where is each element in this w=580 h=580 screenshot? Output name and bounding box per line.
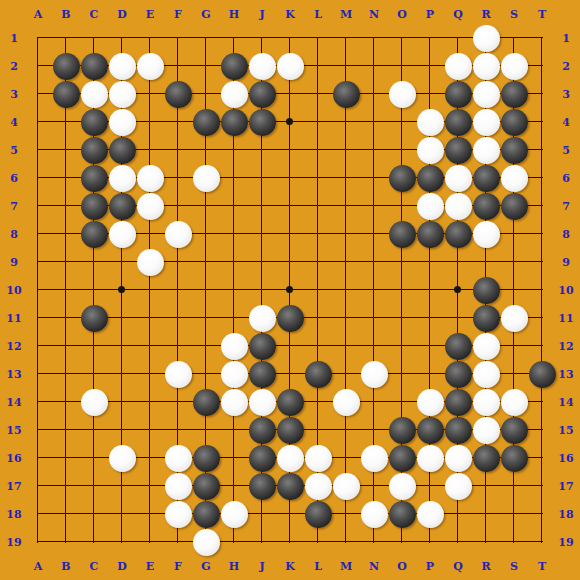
intersection-D7[interactable] [108,192,136,220]
intersection-N8[interactable] [360,220,388,248]
intersection-T14[interactable] [528,388,556,416]
intersection-T16[interactable] [528,444,556,472]
intersection-A18[interactable] [24,500,52,528]
intersection-D3[interactable] [108,80,136,108]
intersection-D10[interactable] [108,276,136,304]
intersection-T19[interactable] [528,528,556,556]
intersection-B13[interactable] [52,360,80,388]
intersection-A2[interactable] [24,52,52,80]
intersection-K1[interactable] [276,24,304,52]
intersection-M12[interactable] [332,332,360,360]
intersection-S9[interactable] [500,248,528,276]
intersection-C1[interactable] [80,24,108,52]
intersection-N14[interactable] [360,388,388,416]
intersection-T17[interactable] [528,472,556,500]
intersection-N7[interactable] [360,192,388,220]
intersection-R14[interactable] [472,388,500,416]
intersection-S16[interactable] [500,444,528,472]
intersection-E15[interactable] [136,416,164,444]
intersection-R8[interactable] [472,220,500,248]
intersection-F18[interactable] [164,500,192,528]
intersection-H8[interactable] [220,220,248,248]
intersection-H3[interactable] [220,80,248,108]
intersection-D12[interactable] [108,332,136,360]
intersection-F13[interactable] [164,360,192,388]
intersection-E11[interactable] [136,304,164,332]
intersection-P7[interactable] [416,192,444,220]
intersection-B6[interactable] [52,164,80,192]
intersection-J8[interactable] [248,220,276,248]
intersection-P14[interactable] [416,388,444,416]
intersection-P8[interactable] [416,220,444,248]
intersection-N6[interactable] [360,164,388,192]
intersection-F16[interactable] [164,444,192,472]
intersection-O15[interactable] [388,416,416,444]
intersection-A5[interactable] [24,136,52,164]
intersection-T10[interactable] [528,276,556,304]
intersection-Q7[interactable] [444,192,472,220]
intersection-A16[interactable] [24,444,52,472]
intersection-B2[interactable] [52,52,80,80]
intersection-G19[interactable] [192,528,220,556]
intersection-B10[interactable] [52,276,80,304]
intersection-G16[interactable] [192,444,220,472]
intersection-G8[interactable] [192,220,220,248]
intersection-O2[interactable] [388,52,416,80]
intersection-L18[interactable] [304,500,332,528]
intersection-N15[interactable] [360,416,388,444]
intersection-D15[interactable] [108,416,136,444]
intersection-J15[interactable] [248,416,276,444]
intersection-L1[interactable] [304,24,332,52]
intersection-Q9[interactable] [444,248,472,276]
intersection-A11[interactable] [24,304,52,332]
intersection-A4[interactable] [24,108,52,136]
intersection-E1[interactable] [136,24,164,52]
intersection-T6[interactable] [528,164,556,192]
intersection-L2[interactable] [304,52,332,80]
intersection-M11[interactable] [332,304,360,332]
intersection-K6[interactable] [276,164,304,192]
intersection-R15[interactable] [472,416,500,444]
intersection-J19[interactable] [248,528,276,556]
intersection-B4[interactable] [52,108,80,136]
intersection-J14[interactable] [248,388,276,416]
intersection-G18[interactable] [192,500,220,528]
intersection-A17[interactable] [24,472,52,500]
intersection-T4[interactable] [528,108,556,136]
intersection-J7[interactable] [248,192,276,220]
intersection-B18[interactable] [52,500,80,528]
intersection-K18[interactable] [276,500,304,528]
intersection-A14[interactable] [24,388,52,416]
intersection-K8[interactable] [276,220,304,248]
intersection-D5[interactable] [108,136,136,164]
intersection-F5[interactable] [164,136,192,164]
intersection-J6[interactable] [248,164,276,192]
intersection-B9[interactable] [52,248,80,276]
intersection-R6[interactable] [472,164,500,192]
intersection-G6[interactable] [192,164,220,192]
intersection-F17[interactable] [164,472,192,500]
intersection-N2[interactable] [360,52,388,80]
intersection-D9[interactable] [108,248,136,276]
intersection-Q6[interactable] [444,164,472,192]
intersection-P12[interactable] [416,332,444,360]
intersection-B15[interactable] [52,416,80,444]
intersection-C17[interactable] [80,472,108,500]
intersection-K4[interactable] [276,108,304,136]
intersection-K11[interactable] [276,304,304,332]
intersection-C15[interactable] [80,416,108,444]
intersection-M8[interactable] [332,220,360,248]
intersection-P2[interactable] [416,52,444,80]
intersection-E17[interactable] [136,472,164,500]
intersection-M6[interactable] [332,164,360,192]
intersection-N11[interactable] [360,304,388,332]
intersection-F19[interactable] [164,528,192,556]
intersection-P5[interactable] [416,136,444,164]
intersection-R2[interactable] [472,52,500,80]
intersection-T2[interactable] [528,52,556,80]
intersection-M1[interactable] [332,24,360,52]
intersection-K16[interactable] [276,444,304,472]
intersection-K9[interactable] [276,248,304,276]
intersection-J3[interactable] [248,80,276,108]
intersection-N5[interactable] [360,136,388,164]
intersection-L11[interactable] [304,304,332,332]
intersection-R19[interactable] [472,528,500,556]
intersection-R11[interactable] [472,304,500,332]
intersection-Q14[interactable] [444,388,472,416]
intersection-Q5[interactable] [444,136,472,164]
intersection-S10[interactable] [500,276,528,304]
intersection-S12[interactable] [500,332,528,360]
intersection-J16[interactable] [248,444,276,472]
intersection-Q11[interactable] [444,304,472,332]
intersection-N3[interactable] [360,80,388,108]
intersection-S4[interactable] [500,108,528,136]
intersection-R4[interactable] [472,108,500,136]
intersection-J1[interactable] [248,24,276,52]
intersection-H2[interactable] [220,52,248,80]
intersection-Q4[interactable] [444,108,472,136]
intersection-K15[interactable] [276,416,304,444]
intersection-H7[interactable] [220,192,248,220]
intersection-D19[interactable] [108,528,136,556]
intersection-Q13[interactable] [444,360,472,388]
intersection-B3[interactable] [52,80,80,108]
intersection-P3[interactable] [416,80,444,108]
intersection-D1[interactable] [108,24,136,52]
intersection-A19[interactable] [24,528,52,556]
intersection-F6[interactable] [164,164,192,192]
intersection-L17[interactable] [304,472,332,500]
intersection-E2[interactable] [136,52,164,80]
intersection-D17[interactable] [108,472,136,500]
intersection-Q18[interactable] [444,500,472,528]
intersection-Q19[interactable] [444,528,472,556]
intersection-Q16[interactable] [444,444,472,472]
intersection-S15[interactable] [500,416,528,444]
intersection-N10[interactable] [360,276,388,304]
intersection-P11[interactable] [416,304,444,332]
intersection-F9[interactable] [164,248,192,276]
intersection-J2[interactable] [248,52,276,80]
intersection-H1[interactable] [220,24,248,52]
intersection-M14[interactable] [332,388,360,416]
intersection-K10[interactable] [276,276,304,304]
intersection-M13[interactable] [332,360,360,388]
intersection-O14[interactable] [388,388,416,416]
intersection-K19[interactable] [276,528,304,556]
intersection-L16[interactable] [304,444,332,472]
intersection-C18[interactable] [80,500,108,528]
intersection-H10[interactable] [220,276,248,304]
intersection-C19[interactable] [80,528,108,556]
intersection-D8[interactable] [108,220,136,248]
intersection-R5[interactable] [472,136,500,164]
intersection-Q12[interactable] [444,332,472,360]
intersection-T7[interactable] [528,192,556,220]
intersection-B19[interactable] [52,528,80,556]
intersection-O19[interactable] [388,528,416,556]
intersection-J13[interactable] [248,360,276,388]
intersection-T11[interactable] [528,304,556,332]
intersection-J10[interactable] [248,276,276,304]
intersection-C8[interactable] [80,220,108,248]
intersection-J9[interactable] [248,248,276,276]
intersection-O4[interactable] [388,108,416,136]
intersection-R3[interactable] [472,80,500,108]
intersection-T8[interactable] [528,220,556,248]
intersection-O18[interactable] [388,500,416,528]
intersection-M5[interactable] [332,136,360,164]
intersection-D14[interactable] [108,388,136,416]
intersection-D4[interactable] [108,108,136,136]
intersection-C4[interactable] [80,108,108,136]
intersection-G13[interactable] [192,360,220,388]
intersection-F12[interactable] [164,332,192,360]
intersection-L6[interactable] [304,164,332,192]
intersection-G2[interactable] [192,52,220,80]
intersection-L13[interactable] [304,360,332,388]
intersection-A6[interactable] [24,164,52,192]
intersection-L14[interactable] [304,388,332,416]
intersection-M16[interactable] [332,444,360,472]
intersection-K5[interactable] [276,136,304,164]
intersection-P4[interactable] [416,108,444,136]
intersection-N4[interactable] [360,108,388,136]
intersection-E10[interactable] [136,276,164,304]
intersection-F15[interactable] [164,416,192,444]
intersection-N1[interactable] [360,24,388,52]
intersection-A9[interactable] [24,248,52,276]
intersection-C14[interactable] [80,388,108,416]
intersection-L12[interactable] [304,332,332,360]
intersection-S2[interactable] [500,52,528,80]
intersection-B8[interactable] [52,220,80,248]
intersection-L9[interactable] [304,248,332,276]
intersection-Q8[interactable] [444,220,472,248]
intersection-C11[interactable] [80,304,108,332]
intersection-C7[interactable] [80,192,108,220]
intersection-H5[interactable] [220,136,248,164]
intersection-R1[interactable] [472,24,500,52]
intersection-T5[interactable] [528,136,556,164]
intersection-G3[interactable] [192,80,220,108]
intersection-O17[interactable] [388,472,416,500]
intersection-Q2[interactable] [444,52,472,80]
intersection-L8[interactable] [304,220,332,248]
intersection-L4[interactable] [304,108,332,136]
intersection-H6[interactable] [220,164,248,192]
intersection-L7[interactable] [304,192,332,220]
intersection-A7[interactable] [24,192,52,220]
intersection-G1[interactable] [192,24,220,52]
intersection-O1[interactable] [388,24,416,52]
intersection-A12[interactable] [24,332,52,360]
intersection-D11[interactable] [108,304,136,332]
intersection-P10[interactable] [416,276,444,304]
intersection-O8[interactable] [388,220,416,248]
intersection-H17[interactable] [220,472,248,500]
intersection-N19[interactable] [360,528,388,556]
intersection-M19[interactable] [332,528,360,556]
intersection-C2[interactable] [80,52,108,80]
intersection-C5[interactable] [80,136,108,164]
intersection-M9[interactable] [332,248,360,276]
intersection-M2[interactable] [332,52,360,80]
intersection-E13[interactable] [136,360,164,388]
intersection-T12[interactable] [528,332,556,360]
intersection-T9[interactable] [528,248,556,276]
intersection-L19[interactable] [304,528,332,556]
intersection-S13[interactable] [500,360,528,388]
intersection-N16[interactable] [360,444,388,472]
intersection-B7[interactable] [52,192,80,220]
intersection-M17[interactable] [332,472,360,500]
intersection-K2[interactable] [276,52,304,80]
intersection-P9[interactable] [416,248,444,276]
intersection-F11[interactable] [164,304,192,332]
intersection-S17[interactable] [500,472,528,500]
intersection-E9[interactable] [136,248,164,276]
intersection-R9[interactable] [472,248,500,276]
intersection-A3[interactable] [24,80,52,108]
intersection-F2[interactable] [164,52,192,80]
intersection-R18[interactable] [472,500,500,528]
intersection-S19[interactable] [500,528,528,556]
intersection-O7[interactable] [388,192,416,220]
intersection-S11[interactable] [500,304,528,332]
intersection-O16[interactable] [388,444,416,472]
intersection-L15[interactable] [304,416,332,444]
intersection-J4[interactable] [248,108,276,136]
intersection-F4[interactable] [164,108,192,136]
intersection-R10[interactable] [472,276,500,304]
intersection-M3[interactable] [332,80,360,108]
intersection-F3[interactable] [164,80,192,108]
intersection-M10[interactable] [332,276,360,304]
intersection-E18[interactable] [136,500,164,528]
intersection-N18[interactable] [360,500,388,528]
intersection-P16[interactable] [416,444,444,472]
intersection-S14[interactable] [500,388,528,416]
intersection-J5[interactable] [248,136,276,164]
intersection-E6[interactable] [136,164,164,192]
intersection-O12[interactable] [388,332,416,360]
intersection-M15[interactable] [332,416,360,444]
intersection-O10[interactable] [388,276,416,304]
intersection-N12[interactable] [360,332,388,360]
intersection-B11[interactable] [52,304,80,332]
intersection-C10[interactable] [80,276,108,304]
intersection-N17[interactable] [360,472,388,500]
intersection-E3[interactable] [136,80,164,108]
intersection-O13[interactable] [388,360,416,388]
intersection-T1[interactable] [528,24,556,52]
intersection-F8[interactable] [164,220,192,248]
intersection-R7[interactable] [472,192,500,220]
intersection-K3[interactable] [276,80,304,108]
intersection-A13[interactable] [24,360,52,388]
intersection-B14[interactable] [52,388,80,416]
intersection-B17[interactable] [52,472,80,500]
intersection-O6[interactable] [388,164,416,192]
intersection-K14[interactable] [276,388,304,416]
intersection-G15[interactable] [192,416,220,444]
intersection-K13[interactable] [276,360,304,388]
intersection-P13[interactable] [416,360,444,388]
intersection-P15[interactable] [416,416,444,444]
intersection-D16[interactable] [108,444,136,472]
intersection-Q3[interactable] [444,80,472,108]
intersection-H4[interactable] [220,108,248,136]
intersection-S8[interactable] [500,220,528,248]
intersection-C12[interactable] [80,332,108,360]
intersection-C16[interactable] [80,444,108,472]
intersection-K7[interactable] [276,192,304,220]
intersection-H18[interactable] [220,500,248,528]
intersection-O3[interactable] [388,80,416,108]
intersection-H11[interactable] [220,304,248,332]
intersection-F7[interactable] [164,192,192,220]
intersection-S6[interactable] [500,164,528,192]
intersection-A15[interactable] [24,416,52,444]
intersection-P6[interactable] [416,164,444,192]
intersection-L5[interactable] [304,136,332,164]
intersection-H13[interactable] [220,360,248,388]
intersection-E5[interactable] [136,136,164,164]
intersection-O11[interactable] [388,304,416,332]
intersection-A1[interactable] [24,24,52,52]
intersection-J18[interactable] [248,500,276,528]
intersection-Q10[interactable] [444,276,472,304]
intersection-P17[interactable] [416,472,444,500]
intersection-G12[interactable] [192,332,220,360]
intersection-J12[interactable] [248,332,276,360]
intersection-G14[interactable] [192,388,220,416]
intersection-E7[interactable] [136,192,164,220]
intersection-R17[interactable] [472,472,500,500]
intersection-G17[interactable] [192,472,220,500]
intersection-H15[interactable] [220,416,248,444]
intersection-C13[interactable] [80,360,108,388]
intersection-G4[interactable] [192,108,220,136]
intersection-O9[interactable] [388,248,416,276]
intersection-S7[interactable] [500,192,528,220]
